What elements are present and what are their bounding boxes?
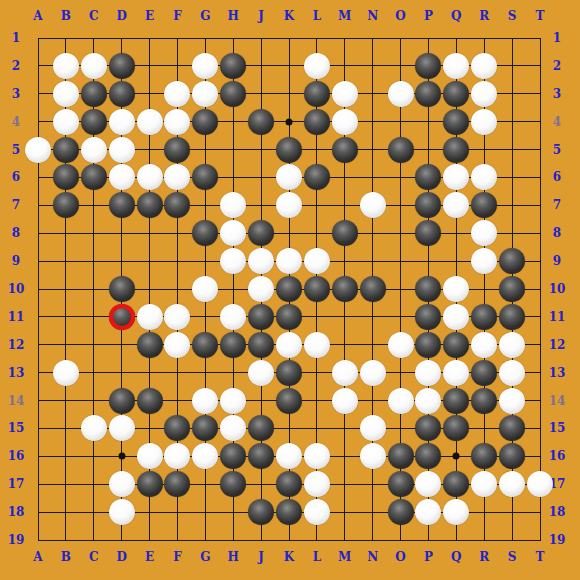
stone-white-N7 [360, 192, 386, 218]
stone-black-K11 [276, 304, 302, 330]
coord-label-row: 6 [553, 171, 561, 183]
grid-line [540, 38, 541, 541]
coord-label-column: Q [451, 551, 461, 563]
stone-white-E11 [137, 304, 163, 330]
stone-black-D7 [109, 192, 135, 218]
stone-white-G14 [192, 388, 218, 414]
coord-label-column: J [258, 10, 264, 22]
stone-white-F3 [164, 81, 190, 107]
stone-white-Q10 [443, 276, 469, 302]
stone-black-F5 [164, 137, 190, 163]
stone-black-O16 [388, 443, 414, 469]
coord-label-row: 7 [12, 199, 20, 211]
coord-label-row: 3 [12, 88, 20, 100]
stone-white-F11 [164, 304, 190, 330]
stone-white-N16 [360, 443, 386, 469]
stone-white-D15 [109, 415, 135, 441]
stone-black-J16 [248, 443, 274, 469]
stone-black-R14 [471, 388, 497, 414]
stone-black-P16 [415, 443, 441, 469]
stone-white-H11 [220, 304, 246, 330]
stone-black-Q15 [443, 415, 469, 441]
coord-label-row: 1 [553, 32, 561, 44]
coord-label-column: D [116, 10, 126, 22]
stone-white-L16 [304, 443, 330, 469]
stone-black-Q4 [443, 109, 469, 135]
stone-black-P3 [415, 81, 441, 107]
coord-label-row: 14 [8, 395, 25, 407]
coord-label-column: B [61, 551, 71, 563]
coord-label-row: 13 [8, 367, 25, 379]
stone-black-O5 [388, 137, 414, 163]
stone-white-S12 [499, 332, 525, 358]
coord-label-row: 4 [553, 116, 561, 128]
stone-white-H14 [220, 388, 246, 414]
coord-label-column: J [258, 551, 264, 563]
stone-black-K17 [276, 471, 302, 497]
stone-black-D10 [109, 276, 135, 302]
stone-black-J18 [248, 499, 274, 525]
stone-white-D6 [109, 164, 135, 190]
stone-black-Q12 [443, 332, 469, 358]
coord-label-row: 12 [549, 339, 566, 351]
coord-label-column: S [508, 10, 517, 22]
star-point [286, 118, 293, 125]
stone-white-E4 [137, 109, 163, 135]
stone-black-L10 [304, 276, 330, 302]
coord-label-column: P [424, 551, 433, 563]
stone-black-C3 [81, 81, 107, 107]
stone-black-F17 [164, 471, 190, 497]
stone-black-R11 [471, 304, 497, 330]
stone-black-L3 [304, 81, 330, 107]
coord-label-column: L [313, 551, 321, 563]
coord-label-column: S [508, 551, 517, 563]
coord-label-row: 12 [8, 339, 25, 351]
stone-black-J8 [248, 220, 274, 246]
stone-white-J9 [248, 248, 274, 274]
coord-label-column: R [479, 10, 489, 22]
stone-white-K16 [276, 443, 302, 469]
stone-black-G4 [192, 109, 218, 135]
stone-white-D18 [109, 499, 135, 525]
coord-label-column: N [367, 10, 378, 22]
stone-black-H3 [220, 81, 246, 107]
stone-white-C5 [81, 137, 107, 163]
coord-label-column: O [395, 551, 405, 563]
coord-label-column: Q [451, 10, 461, 22]
stone-white-L12 [304, 332, 330, 358]
stone-black-K5 [276, 137, 302, 163]
stone-white-F4 [164, 109, 190, 135]
coord-label-column: C [89, 10, 99, 22]
stone-black-G12 [192, 332, 218, 358]
stone-white-R9 [471, 248, 497, 274]
stone-white-J10 [248, 276, 274, 302]
coord-label-row: 18 [8, 506, 25, 518]
coord-label-column: F [173, 551, 182, 563]
go-board[interactable]: AABBCCDDEEFFGGHHJJKKLLMMNNOOPPQQRRSSTT11… [0, 0, 580, 580]
stone-white-Q6 [443, 164, 469, 190]
coord-label-column: B [61, 10, 71, 22]
stone-white-O12 [388, 332, 414, 358]
stone-black-S11 [499, 304, 525, 330]
stone-black-F15 [164, 415, 190, 441]
stone-black-L4 [304, 109, 330, 135]
stone-white-B2 [53, 53, 79, 79]
grid-line [38, 233, 541, 234]
stone-white-F12 [164, 332, 190, 358]
coord-label-row: 17 [8, 478, 25, 490]
coord-label-row: 9 [12, 255, 20, 267]
coord-label-row: 8 [12, 227, 20, 239]
coord-label-row: 13 [549, 367, 566, 379]
stone-black-K13 [276, 360, 302, 386]
stone-black-B5 [53, 137, 79, 163]
stone-black-K18 [276, 499, 302, 525]
coord-label-column: T [536, 10, 545, 22]
stone-black-R16 [471, 443, 497, 469]
stone-black-P2 [415, 53, 441, 79]
stone-white-S13 [499, 360, 525, 386]
coord-label-column: G [200, 10, 210, 22]
coord-label-row: 10 [549, 283, 566, 295]
coord-label-column: O [395, 10, 405, 22]
coord-label-column: F [173, 10, 182, 22]
stone-black-E14 [137, 388, 163, 414]
stone-white-R2 [471, 53, 497, 79]
stone-white-G16 [192, 443, 218, 469]
stone-black-L6 [304, 164, 330, 190]
stone-white-D5 [109, 137, 135, 163]
stone-white-L18 [304, 499, 330, 525]
coord-label-row: 2 [12, 60, 20, 72]
stone-white-R4 [471, 109, 497, 135]
coord-label-column: G [200, 551, 210, 563]
coord-label-row: 4 [12, 116, 20, 128]
stone-white-R12 [471, 332, 497, 358]
stone-white-S17 [499, 471, 525, 497]
stone-white-K7 [276, 192, 302, 218]
coord-label-row: 19 [549, 534, 566, 546]
stone-black-K10 [276, 276, 302, 302]
coord-label-row: 16 [549, 450, 566, 462]
stone-black-F7 [164, 192, 190, 218]
stone-white-D17 [109, 471, 135, 497]
coord-label-row: 11 [8, 311, 25, 323]
coord-label-row: 7 [553, 199, 561, 211]
stone-white-C2 [81, 53, 107, 79]
stone-white-O14 [388, 388, 414, 414]
stone-white-P18 [415, 499, 441, 525]
stone-black-M8 [332, 220, 358, 246]
stone-white-M14 [332, 388, 358, 414]
coord-label-column: E [145, 551, 154, 563]
stone-white-Q2 [443, 53, 469, 79]
stone-black-R7 [471, 192, 497, 218]
coord-label-column: A [33, 551, 42, 563]
stone-black-G8 [192, 220, 218, 246]
stone-white-D4 [109, 109, 135, 135]
stone-white-G2 [192, 53, 218, 79]
stone-white-G10 [192, 276, 218, 302]
stone-black-D2 [109, 53, 135, 79]
coord-label-column: H [228, 10, 239, 22]
coord-label-row: 18 [549, 506, 566, 518]
stone-black-P11 [415, 304, 441, 330]
stone-white-H9 [220, 248, 246, 274]
coord-label-row: 6 [12, 171, 20, 183]
stone-black-Q5 [443, 137, 469, 163]
stone-black-P10 [415, 276, 441, 302]
coord-label-column: R [479, 551, 489, 563]
stone-black-D3 [109, 81, 135, 107]
grid-line [38, 540, 541, 541]
stone-white-T17 [527, 471, 553, 497]
stone-white-R8 [471, 220, 497, 246]
stone-white-R6 [471, 164, 497, 190]
stone-black-G6 [192, 164, 218, 190]
stone-black-O17 [388, 471, 414, 497]
coord-label-column: M [338, 10, 351, 22]
stone-black-B7 [53, 192, 79, 218]
stone-black-M5 [332, 137, 358, 163]
stone-white-L9 [304, 248, 330, 274]
stone-black-C4 [81, 109, 107, 135]
stone-black-P12 [415, 332, 441, 358]
stone-white-B3 [53, 81, 79, 107]
stone-black-K14 [276, 388, 302, 414]
coord-label-column: L [313, 10, 321, 22]
stone-black-R13 [471, 360, 497, 386]
stone-white-E6 [137, 164, 163, 190]
stone-black-N10 [360, 276, 386, 302]
stone-black-H12 [220, 332, 246, 358]
stone-black-E17 [137, 471, 163, 497]
stone-white-L17 [304, 471, 330, 497]
stone-black-C6 [81, 164, 107, 190]
stone-white-C15 [81, 415, 107, 441]
stone-white-R17 [471, 471, 497, 497]
coord-label-column: M [338, 551, 351, 563]
stone-white-K12 [276, 332, 302, 358]
coord-label-row: 3 [553, 88, 561, 100]
stone-black-H16 [220, 443, 246, 469]
coord-label-column: T [536, 551, 545, 563]
stone-black-Q17 [443, 471, 469, 497]
stone-white-H15 [220, 415, 246, 441]
coord-label-column: H [228, 551, 239, 563]
stone-black-J15 [248, 415, 274, 441]
stone-white-S14 [499, 388, 525, 414]
stone-white-F6 [164, 164, 190, 190]
last-move-marker [109, 304, 135, 330]
stone-white-H7 [220, 192, 246, 218]
stone-black-P7 [415, 192, 441, 218]
stone-white-F16 [164, 443, 190, 469]
coord-label-row: 16 [8, 450, 25, 462]
stone-black-J4 [248, 109, 274, 135]
stone-black-D14 [109, 388, 135, 414]
stone-black-E12 [137, 332, 163, 358]
stone-black-S10 [499, 276, 525, 302]
stone-black-H2 [220, 53, 246, 79]
stone-black-Q14 [443, 388, 469, 414]
stone-white-Q11 [443, 304, 469, 330]
stone-black-O18 [388, 499, 414, 525]
stone-white-H8 [220, 220, 246, 246]
stone-white-P17 [415, 471, 441, 497]
coord-label-column: E [145, 10, 154, 22]
star-point [453, 453, 460, 460]
stone-black-Q3 [443, 81, 469, 107]
stone-black-S15 [499, 415, 525, 441]
stone-white-M3 [332, 81, 358, 107]
stone-white-O3 [388, 81, 414, 107]
stone-white-A5 [25, 137, 51, 163]
stone-black-J11 [248, 304, 274, 330]
coord-label-column: N [367, 551, 378, 563]
coord-label-row: 15 [549, 422, 566, 434]
stone-white-B13 [53, 360, 79, 386]
coord-label-column: C [89, 551, 99, 563]
stone-black-B6 [53, 164, 79, 190]
stone-black-J12 [248, 332, 274, 358]
stone-white-P14 [415, 388, 441, 414]
coord-label-row: 1 [12, 32, 20, 44]
stone-white-N15 [360, 415, 386, 441]
stone-white-G3 [192, 81, 218, 107]
coord-label-row: 5 [12, 144, 20, 156]
coord-label-row: 14 [549, 395, 566, 407]
stone-black-G15 [192, 415, 218, 441]
stone-black-P8 [415, 220, 441, 246]
stone-white-Q13 [443, 360, 469, 386]
coord-label-row: 15 [8, 422, 25, 434]
stone-black-M10 [332, 276, 358, 302]
stone-white-K6 [276, 164, 302, 190]
stone-black-P15 [415, 415, 441, 441]
star-point [118, 453, 125, 460]
coord-label-column: P [424, 10, 433, 22]
coord-label-row: 11 [549, 311, 566, 323]
grid-line [38, 38, 541, 39]
coord-label-row: 10 [8, 283, 25, 295]
coord-label-row: 5 [553, 144, 561, 156]
stone-black-H17 [220, 471, 246, 497]
coord-label-row: 19 [8, 534, 25, 546]
stone-white-P13 [415, 360, 441, 386]
stone-white-R3 [471, 81, 497, 107]
coord-label-column: D [116, 551, 126, 563]
grid-line [38, 38, 39, 541]
stone-white-Q7 [443, 192, 469, 218]
coord-label-column: K [284, 551, 294, 563]
coord-label-column: K [284, 10, 294, 22]
coord-label-row: 2 [553, 60, 561, 72]
stone-white-E16 [137, 443, 163, 469]
stone-white-Q18 [443, 499, 469, 525]
stone-black-P6 [415, 164, 441, 190]
stone-white-M4 [332, 109, 358, 135]
stone-white-K9 [276, 248, 302, 274]
stone-black-E7 [137, 192, 163, 218]
stone-white-N13 [360, 360, 386, 386]
stone-black-S9 [499, 248, 525, 274]
stone-black-S16 [499, 443, 525, 469]
stone-white-J13 [248, 360, 274, 386]
stone-white-B4 [53, 109, 79, 135]
coord-label-row: 8 [553, 227, 561, 239]
stone-white-L2 [304, 53, 330, 79]
coord-label-column: A [33, 10, 42, 22]
stone-white-M13 [332, 360, 358, 386]
coord-label-row: 9 [553, 255, 561, 267]
